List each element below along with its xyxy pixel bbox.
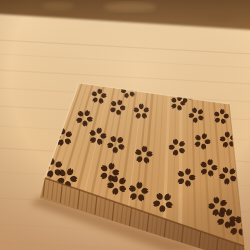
scene-svg — [0, 0, 250, 250]
vignette-overlay — [0, 0, 250, 250]
coaster-photo — [0, 0, 250, 250]
